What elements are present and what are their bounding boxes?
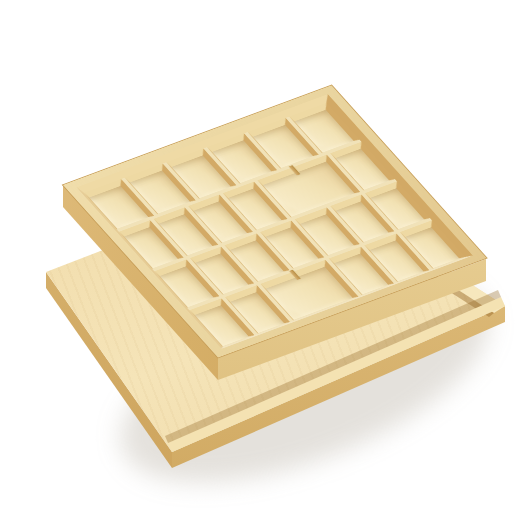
product-photo-wooden-sorting-tray [0,0,520,520]
alignment-peg [289,165,300,175]
alignment-peg [289,270,300,280]
